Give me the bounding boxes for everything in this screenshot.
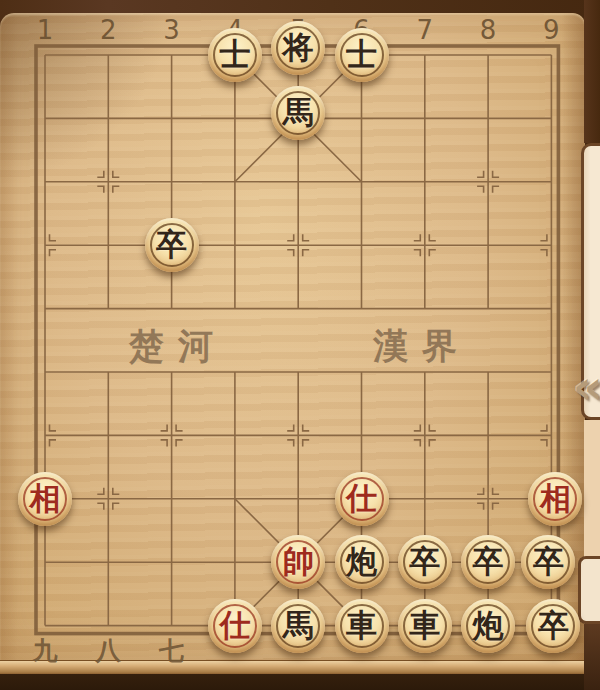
piece-black-horse[interactable]: 馬 xyxy=(271,599,325,653)
file-label-top-8: 8 xyxy=(480,15,497,45)
piece-black-advisor[interactable]: 士 xyxy=(335,28,389,82)
piece-glyph: 車 xyxy=(398,599,452,653)
file-label-top-7: 7 xyxy=(417,15,434,45)
piece-glyph: 卒 xyxy=(145,218,199,272)
side-card-edge xyxy=(578,556,600,624)
page-background-right-mid xyxy=(584,420,600,558)
xiangqi-app: 123456789 九八七 楚河 漢界 士将士馬卒相仕相帥炮卒卒卒仕馬車車炮卒 … xyxy=(0,0,600,690)
piece-black-chariot[interactable]: 車 xyxy=(398,599,452,653)
piece-black-cannon[interactable]: 炮 xyxy=(335,535,389,589)
piece-black-cannon[interactable]: 炮 xyxy=(461,599,515,653)
piece-red-elephant[interactable]: 相 xyxy=(528,472,582,526)
piece-black-advisor[interactable]: 士 xyxy=(208,28,262,82)
piece-glyph: 仕 xyxy=(335,472,389,526)
piece-black-chariot[interactable]: 車 xyxy=(335,599,389,653)
piece-glyph: 車 xyxy=(335,599,389,653)
piece-red-advisor[interactable]: 仕 xyxy=(335,472,389,526)
piece-glyph: 士 xyxy=(335,28,389,82)
file-label-top-2: 2 xyxy=(100,15,117,45)
piece-glyph: 卒 xyxy=(521,535,575,589)
file-label-top-9: 9 xyxy=(543,15,560,45)
piece-glyph: 馬 xyxy=(271,599,325,653)
piece-red-general[interactable]: 帥 xyxy=(271,535,325,589)
river-text-right: 漢界 xyxy=(373,323,471,370)
piece-black-soldier[interactable]: 卒 xyxy=(526,599,580,653)
piece-glyph: 卒 xyxy=(398,535,452,589)
file-label-top-3: 3 xyxy=(163,15,180,45)
board-front-bevel xyxy=(0,660,585,675)
piece-black-general[interactable]: 将 xyxy=(271,21,325,75)
piece-glyph: 仕 xyxy=(208,599,262,653)
piece-red-advisor[interactable]: 仕 xyxy=(208,599,262,653)
piece-glyph: 相 xyxy=(18,472,72,526)
piece-glyph: 馬 xyxy=(271,86,325,140)
file-label-top-1: 1 xyxy=(37,15,54,45)
file-label-bottom-3: 七 xyxy=(159,634,184,667)
piece-black-soldier[interactable]: 卒 xyxy=(521,535,575,589)
page-background-right-top xyxy=(584,0,600,143)
piece-glyph: 士 xyxy=(208,28,262,82)
piece-red-elephant[interactable]: 相 xyxy=(18,472,72,526)
piece-glyph: 帥 xyxy=(271,535,325,589)
piece-glyph: 炮 xyxy=(335,535,389,589)
piece-black-soldier[interactable]: 卒 xyxy=(461,535,515,589)
piece-glyph: 炮 xyxy=(461,599,515,653)
river-text-left: 楚河 xyxy=(129,323,227,370)
piece-black-soldier[interactable]: 卒 xyxy=(145,218,199,272)
piece-black-horse[interactable]: 馬 xyxy=(271,86,325,140)
panel-collapse-chevron-icon[interactable]: « xyxy=(573,361,600,413)
page-background-right-bottom xyxy=(584,624,600,690)
piece-black-soldier[interactable]: 卒 xyxy=(398,535,452,589)
piece-glyph: 相 xyxy=(528,472,582,526)
piece-glyph: 将 xyxy=(271,21,325,75)
file-label-bottom-2: 八 xyxy=(96,634,121,667)
piece-glyph: 卒 xyxy=(526,599,580,653)
file-label-bottom-1: 九 xyxy=(33,634,58,667)
page-background-bottom xyxy=(0,674,600,690)
piece-glyph: 卒 xyxy=(461,535,515,589)
